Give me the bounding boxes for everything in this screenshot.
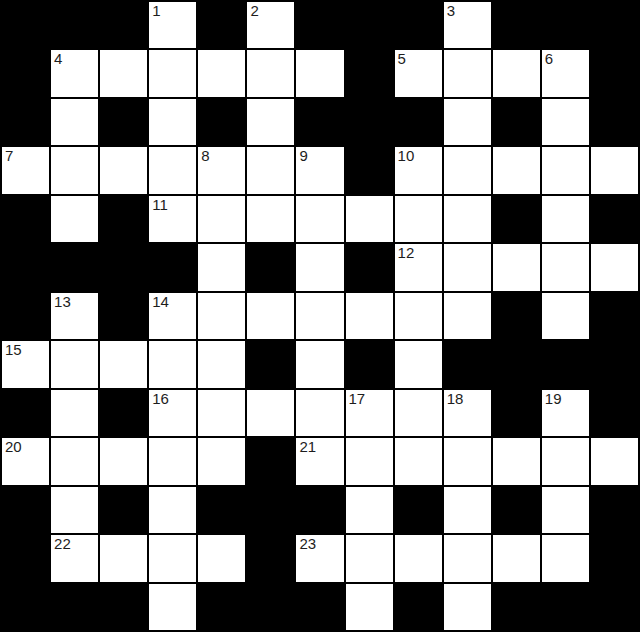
cell-r3-c10[interactable] <box>493 147 540 193</box>
cell-r11-c6[interactable]: 23 <box>296 535 343 581</box>
cell-r9-c11[interactable] <box>542 438 589 484</box>
block-r6-c2 <box>100 293 147 339</box>
block-r10-c8 <box>395 487 442 533</box>
block-r10-c5 <box>247 487 294 533</box>
block-r10-c2 <box>100 487 147 533</box>
block-r12-c1 <box>51 584 98 630</box>
cell-r9-c0[interactable]: 20 <box>2 438 49 484</box>
cell-r6-c9[interactable] <box>444 293 491 339</box>
cell-r9-c9[interactable] <box>444 438 491 484</box>
block-r12-c5 <box>247 584 294 630</box>
cell-r8-c7[interactable]: 17 <box>346 390 393 436</box>
block-r4-c10 <box>493 196 540 242</box>
cell-r8-c5[interactable] <box>247 390 294 436</box>
cell-r10-c1[interactable] <box>51 487 98 533</box>
block-r10-c0 <box>2 487 49 533</box>
block-r2-c4 <box>198 99 245 145</box>
block-r2-c8 <box>395 99 442 145</box>
cell-r1-c8[interactable]: 5 <box>395 50 442 96</box>
block-r0-c1 <box>51 2 98 48</box>
cell-r7-c1[interactable] <box>51 341 98 387</box>
block-r6-c12 <box>591 293 638 339</box>
cell-r11-c8[interactable] <box>395 535 442 581</box>
cell-r1-c2[interactable] <box>100 50 147 96</box>
cell-r11-c11[interactable] <box>542 535 589 581</box>
cell-r8-c1[interactable] <box>51 390 98 436</box>
block-r7-c7 <box>346 341 393 387</box>
block-r12-c12 <box>591 584 638 630</box>
cell-r6-c5[interactable] <box>247 293 294 339</box>
clue-number: 23 <box>299 535 316 553</box>
cell-r8-c8[interactable] <box>395 390 442 436</box>
cell-r9-c4[interactable] <box>198 438 245 484</box>
cell-r10-c11[interactable] <box>542 487 589 533</box>
block-r10-c10 <box>493 487 540 533</box>
block-r6-c0 <box>2 293 49 339</box>
cell-r10-c9[interactable] <box>444 487 491 533</box>
cell-r8-c9[interactable]: 18 <box>444 390 491 436</box>
cell-r10-c7[interactable] <box>346 487 393 533</box>
block-r12-c11 <box>542 584 589 630</box>
cell-r2-c3[interactable] <box>149 99 196 145</box>
block-r8-c2 <box>100 390 147 436</box>
cell-r8-c3[interactable]: 16 <box>149 390 196 436</box>
block-r12-c2 <box>100 584 147 630</box>
block-r0-c2 <box>100 2 147 48</box>
clue-number: 4 <box>54 50 62 68</box>
crossword-board: 1234567891011121314151617181920212223 <box>0 0 640 632</box>
cell-r3-c9[interactable] <box>444 147 491 193</box>
block-r6-c10 <box>493 293 540 339</box>
cell-r3-c8[interactable]: 10 <box>395 147 442 193</box>
block-r11-c12 <box>591 535 638 581</box>
cell-r2-c1[interactable] <box>51 99 98 145</box>
cell-r7-c6[interactable] <box>296 341 343 387</box>
cell-r10-c3[interactable] <box>149 487 196 533</box>
block-r1-c0 <box>2 50 49 96</box>
block-r7-c5 <box>247 341 294 387</box>
clue-number: 2 <box>250 2 258 20</box>
block-r9-c5 <box>247 438 294 484</box>
cell-r8-c6[interactable] <box>296 390 343 436</box>
clue-number: 9 <box>299 147 307 165</box>
block-r4-c2 <box>100 196 147 242</box>
cell-r11-c9[interactable] <box>444 535 491 581</box>
block-r4-c12 <box>591 196 638 242</box>
cell-r4-c11[interactable] <box>542 196 589 242</box>
clue-number: 7 <box>5 147 13 165</box>
cell-r9-c12[interactable] <box>591 438 638 484</box>
cell-r4-c7[interactable] <box>346 196 393 242</box>
cell-r1-c9[interactable] <box>444 50 491 96</box>
cell-r9-c2[interactable] <box>100 438 147 484</box>
cell-r5-c6[interactable] <box>296 244 343 290</box>
cell-r5-c8[interactable]: 12 <box>395 244 442 290</box>
cell-r4-c3[interactable]: 11 <box>149 196 196 242</box>
block-r2-c0 <box>2 99 49 145</box>
cell-r1-c3[interactable] <box>149 50 196 96</box>
clue-number: 22 <box>54 535 71 553</box>
cell-r7-c3[interactable] <box>149 341 196 387</box>
cell-r3-c2[interactable] <box>100 147 147 193</box>
cell-r8-c11[interactable]: 19 <box>542 390 589 436</box>
block-r5-c5 <box>247 244 294 290</box>
cell-r7-c2[interactable] <box>100 341 147 387</box>
block-r7-c12 <box>591 341 638 387</box>
cell-r12-c7[interactable] <box>346 584 393 630</box>
cell-r4-c9[interactable] <box>444 196 491 242</box>
cell-r6-c1[interactable]: 13 <box>51 293 98 339</box>
cell-r3-c0[interactable]: 7 <box>2 147 49 193</box>
clue-number: 5 <box>398 50 406 68</box>
clue-number: 21 <box>299 438 316 456</box>
cell-r1-c4[interactable] <box>198 50 245 96</box>
cell-r9-c3[interactable] <box>149 438 196 484</box>
clue-number: 3 <box>447 2 455 20</box>
cell-r11-c10[interactable] <box>493 535 540 581</box>
clue-number: 19 <box>545 390 562 408</box>
block-r0-c10 <box>493 2 540 48</box>
block-r8-c12 <box>591 390 638 436</box>
cell-r3-c5[interactable] <box>247 147 294 193</box>
block-r7-c10 <box>493 341 540 387</box>
clue-number: 8 <box>201 147 209 165</box>
block-r5-c1 <box>51 244 98 290</box>
block-r8-c10 <box>493 390 540 436</box>
cell-r2-c9[interactable] <box>444 99 491 145</box>
clue-number: 13 <box>54 293 71 311</box>
cell-r6-c8[interactable] <box>395 293 442 339</box>
clue-number: 12 <box>398 244 415 262</box>
cell-r11-c3[interactable] <box>149 535 196 581</box>
cell-r11-c1[interactable]: 22 <box>51 535 98 581</box>
block-r7-c11 <box>542 341 589 387</box>
clue-number: 17 <box>349 390 366 408</box>
block-r0-c12 <box>591 2 638 48</box>
block-r0-c11 <box>542 2 589 48</box>
block-r0-c6 <box>296 2 343 48</box>
cell-r0-c5[interactable]: 2 <box>247 2 294 48</box>
cell-r3-c11[interactable] <box>542 147 589 193</box>
cell-r6-c6[interactable] <box>296 293 343 339</box>
block-r12-c6 <box>296 584 343 630</box>
cell-r4-c4[interactable] <box>198 196 245 242</box>
clue-number: 14 <box>152 293 169 311</box>
cell-r4-c1[interactable] <box>51 196 98 242</box>
block-r12-c0 <box>2 584 49 630</box>
cell-r2-c11[interactable] <box>542 99 589 145</box>
cell-r11-c2[interactable] <box>100 535 147 581</box>
cell-r2-c5[interactable] <box>247 99 294 145</box>
block-r12-c8 <box>395 584 442 630</box>
clue-number: 20 <box>5 438 22 456</box>
cell-r6-c4[interactable] <box>198 293 245 339</box>
cell-r1-c1[interactable]: 4 <box>51 50 98 96</box>
cell-r1-c11[interactable]: 6 <box>542 50 589 96</box>
cell-r9-c1[interactable] <box>51 438 98 484</box>
crossword-puzzle: 1234567891011121314151617181920212223 <box>0 0 640 632</box>
block-r2-c10 <box>493 99 540 145</box>
clue-number: 18 <box>447 390 464 408</box>
cell-r3-c6[interactable]: 9 <box>296 147 343 193</box>
cell-r4-c8[interactable] <box>395 196 442 242</box>
cell-r12-c9[interactable] <box>444 584 491 630</box>
block-r5-c2 <box>100 244 147 290</box>
cell-r12-c3[interactable] <box>149 584 196 630</box>
clue-number: 11 <box>152 196 168 214</box>
block-r2-c6 <box>296 99 343 145</box>
clue-number: 15 <box>5 341 22 359</box>
block-r7-c9 <box>444 341 491 387</box>
cell-r5-c11[interactable] <box>542 244 589 290</box>
cell-r3-c1[interactable] <box>51 147 98 193</box>
block-r0-c4 <box>198 2 245 48</box>
cell-r9-c6[interactable]: 21 <box>296 438 343 484</box>
block-r2-c12 <box>591 99 638 145</box>
clue-number: 6 <box>545 50 553 68</box>
cell-r5-c4[interactable] <box>198 244 245 290</box>
block-r1-c12 <box>591 50 638 96</box>
cell-r9-c8[interactable] <box>395 438 442 484</box>
cell-r0-c9[interactable]: 3 <box>444 2 491 48</box>
block-r0-c0 <box>2 2 49 48</box>
cell-r0-c3[interactable]: 1 <box>149 2 196 48</box>
cell-r9-c10[interactable] <box>493 438 540 484</box>
cell-r4-c6[interactable] <box>296 196 343 242</box>
cell-r9-c7[interactable] <box>346 438 393 484</box>
block-r1-c7 <box>346 50 393 96</box>
block-r10-c4 <box>198 487 245 533</box>
block-r5-c7 <box>346 244 393 290</box>
block-r10-c6 <box>296 487 343 533</box>
block-r3-c7 <box>346 147 393 193</box>
block-r11-c5 <box>247 535 294 581</box>
cell-r7-c8[interactable] <box>395 341 442 387</box>
block-r10-c12 <box>591 487 638 533</box>
cell-r4-c5[interactable] <box>247 196 294 242</box>
clue-number: 10 <box>398 147 415 165</box>
cell-r6-c3[interactable]: 14 <box>149 293 196 339</box>
block-r5-c0 <box>2 244 49 290</box>
cell-r1-c10[interactable] <box>493 50 540 96</box>
cell-r5-c10[interactable] <box>493 244 540 290</box>
cell-r3-c3[interactable] <box>149 147 196 193</box>
cell-r6-c7[interactable] <box>346 293 393 339</box>
cell-r1-c6[interactable] <box>296 50 343 96</box>
block-r12-c4 <box>198 584 245 630</box>
cell-r8-c4[interactable] <box>198 390 245 436</box>
block-r0-c8 <box>395 2 442 48</box>
cell-r7-c4[interactable] <box>198 341 245 387</box>
cell-r3-c4[interactable]: 8 <box>198 147 245 193</box>
block-r2-c2 <box>100 99 147 145</box>
cell-r5-c9[interactable] <box>444 244 491 290</box>
block-r8-c0 <box>2 390 49 436</box>
cell-r7-c0[interactable]: 15 <box>2 341 49 387</box>
cell-r3-c12[interactable] <box>591 147 638 193</box>
cell-r1-c5[interactable] <box>247 50 294 96</box>
cell-r11-c4[interactable] <box>198 535 245 581</box>
block-r4-c0 <box>2 196 49 242</box>
block-r12-c10 <box>493 584 540 630</box>
block-r2-c7 <box>346 99 393 145</box>
clue-number: 16 <box>152 390 169 408</box>
clue-number: 1 <box>152 2 160 20</box>
block-r11-c0 <box>2 535 49 581</box>
block-r5-c3 <box>149 244 196 290</box>
cell-r6-c11[interactable] <box>542 293 589 339</box>
cell-r5-c12[interactable] <box>591 244 638 290</box>
cell-r11-c7[interactable] <box>346 535 393 581</box>
block-r0-c7 <box>346 2 393 48</box>
